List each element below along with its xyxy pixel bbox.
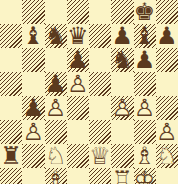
white-rook-icon: ♜♖: [111, 168, 133, 184]
square-e7[interactable]: [89, 24, 111, 48]
square-f8[interactable]: [111, 0, 133, 24]
square-d3[interactable]: [67, 120, 89, 144]
square-g6[interactable]: ♟: [134, 48, 156, 72]
white-pawn-icon: ♟♙: [134, 96, 156, 120]
square-a7[interactable]: [0, 24, 22, 48]
square-d6[interactable]: ♟: [67, 48, 89, 72]
piece-glyph: ♟: [45, 72, 67, 96]
square-f2[interactable]: [111, 144, 133, 168]
square-e4[interactable]: [89, 96, 111, 120]
square-h8[interactable]: [156, 0, 178, 24]
black-rook-icon: ♜: [0, 144, 22, 168]
square-h5[interactable]: [156, 72, 178, 96]
black-knight-icon: ♞: [45, 24, 67, 48]
square-e1[interactable]: [89, 168, 111, 184]
piece-glyph: ♘: [156, 144, 178, 168]
white-knight-icon: ♞♘: [156, 144, 178, 168]
chess-board: ♚♝♞♛♟♝♟♟♞♟♟♟♙♟♟♙♟♙♟♙♟♙♟♙♜♞♘♛♕♝♗♞♘♝♗♜♖♚♔: [0, 0, 178, 184]
piece-glyph: ♘: [45, 144, 67, 168]
square-f3[interactable]: [111, 120, 133, 144]
square-a5[interactable]: [0, 72, 22, 96]
white-king-icon: ♚♔: [134, 168, 156, 184]
square-a4[interactable]: [0, 96, 22, 120]
square-a3[interactable]: [0, 120, 22, 144]
square-d5[interactable]: ♟♙: [67, 72, 89, 96]
piece-glyph: ♛: [67, 24, 89, 48]
white-pawn-icon: ♟♙: [111, 96, 133, 120]
square-f4[interactable]: ♟♙: [111, 96, 133, 120]
square-g7[interactable]: ♝: [134, 24, 156, 48]
square-c4[interactable]: ♟♙: [45, 96, 67, 120]
black-pawn-icon: ♟: [67, 48, 89, 72]
square-h1[interactable]: [156, 168, 178, 184]
white-queen-icon: ♛♕: [89, 144, 111, 168]
piece-glyph: ♞: [112, 48, 134, 72]
square-g3[interactable]: [134, 120, 156, 144]
black-pawn-icon: ♟: [45, 72, 67, 96]
black-pawn-icon: ♟: [134, 48, 156, 72]
square-f1[interactable]: ♜♖: [111, 168, 133, 184]
square-c5[interactable]: ♟: [45, 72, 67, 96]
square-b4[interactable]: ♟: [22, 96, 44, 120]
piece-glyph: ♔: [134, 168, 156, 184]
square-e2[interactable]: ♛♕: [89, 144, 111, 168]
square-b6[interactable]: [22, 48, 44, 72]
square-c6[interactable]: [45, 48, 67, 72]
square-g8[interactable]: ♚: [134, 0, 156, 24]
piece-glyph: ♙: [156, 120, 178, 144]
square-h2[interactable]: ♞♘: [156, 144, 178, 168]
black-pawn-icon: ♟: [22, 96, 44, 120]
piece-glyph: ♙: [45, 96, 67, 120]
square-d7[interactable]: ♛: [67, 24, 89, 48]
square-e5[interactable]: [89, 72, 111, 96]
piece-glyph: ♟: [134, 48, 156, 72]
square-g5[interactable]: [134, 72, 156, 96]
piece-glyph: ♖: [112, 168, 134, 184]
piece-glyph: ♟: [112, 24, 134, 48]
piece-glyph: ♙: [134, 96, 156, 120]
black-bishop-icon: ♝: [134, 24, 156, 48]
black-king-icon: ♚: [134, 0, 156, 24]
piece-glyph: ♗: [134, 144, 156, 168]
white-bishop-icon: ♝♗: [45, 168, 67, 184]
square-d8[interactable]: [67, 0, 89, 24]
black-bishop-icon: ♝: [22, 24, 44, 48]
piece-glyph: ♞: [45, 24, 67, 48]
square-c8[interactable]: [45, 0, 67, 24]
square-b5[interactable]: [22, 72, 44, 96]
square-d2[interactable]: [67, 144, 89, 168]
square-e6[interactable]: [89, 48, 111, 72]
square-h4[interactable]: [156, 96, 178, 120]
square-g2[interactable]: ♝♗: [134, 144, 156, 168]
white-pawn-icon: ♟♙: [22, 120, 44, 144]
piece-glyph: ♚: [134, 0, 156, 24]
square-e8[interactable]: [89, 0, 111, 24]
square-d1[interactable]: [67, 168, 89, 184]
square-e3[interactable]: [89, 120, 111, 144]
square-c1[interactable]: ♝♗: [45, 168, 67, 184]
square-g1[interactable]: ♚♔: [134, 168, 156, 184]
square-h7[interactable]: ♟: [156, 24, 178, 48]
piece-glyph: ♟: [23, 96, 45, 120]
piece-glyph: ♟: [156, 24, 178, 48]
square-a1[interactable]: [0, 168, 22, 184]
black-knight-icon: ♞: [111, 48, 133, 72]
white-bishop-icon: ♝♗: [134, 144, 156, 168]
piece-glyph: ♗: [45, 168, 67, 184]
square-c7[interactable]: ♞: [45, 24, 67, 48]
black-queen-icon: ♛: [67, 24, 89, 48]
square-c2[interactable]: ♞♘: [45, 144, 67, 168]
square-h6[interactable]: [156, 48, 178, 72]
piece-glyph: ♜: [0, 144, 22, 168]
piece-glyph: ♟: [67, 48, 89, 72]
square-h3[interactable]: ♟♙: [156, 120, 178, 144]
piece-glyph: ♙: [67, 72, 89, 96]
piece-glyph: ♝: [134, 24, 156, 48]
piece-glyph: ♕: [89, 144, 111, 168]
piece-glyph: ♙: [112, 96, 134, 120]
square-a6[interactable]: [0, 48, 22, 72]
square-f6[interactable]: ♞: [111, 48, 133, 72]
piece-glyph: ♙: [23, 120, 45, 144]
white-knight-icon: ♞♘: [45, 144, 67, 168]
square-b3[interactable]: ♟♙: [22, 120, 44, 144]
square-f7[interactable]: ♟: [111, 24, 133, 48]
square-g4[interactable]: ♟♙: [134, 96, 156, 120]
square-f5[interactable]: [111, 72, 133, 96]
piece-glyph: ♝: [23, 24, 45, 48]
white-pawn-icon: ♟♙: [45, 96, 67, 120]
square-b8[interactable]: [22, 0, 44, 24]
square-a8[interactable]: [0, 0, 22, 24]
square-b2[interactable]: [22, 144, 44, 168]
black-pawn-icon: ♟: [156, 24, 178, 48]
square-b7[interactable]: ♝: [22, 24, 44, 48]
square-b1[interactable]: [22, 168, 44, 184]
white-pawn-icon: ♟♙: [67, 72, 89, 96]
black-pawn-icon: ♟: [111, 24, 133, 48]
white-pawn-icon: ♟♙: [156, 120, 178, 144]
square-c3[interactable]: [45, 120, 67, 144]
square-d4[interactable]: [67, 96, 89, 120]
square-a2[interactable]: ♜: [0, 144, 22, 168]
